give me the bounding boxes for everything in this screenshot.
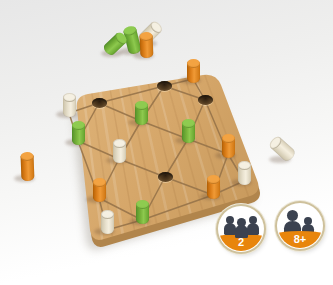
players-badge: 2 (218, 206, 264, 252)
peg-green[interactable] (136, 202, 149, 224)
peg-orange[interactable] (20, 153, 34, 180)
peg-top-face (20, 151, 33, 160)
peg-orange[interactable] (222, 136, 235, 158)
peg-orange[interactable] (207, 177, 220, 199)
peg-orange[interactable] (93, 180, 106, 202)
peg-top-face (182, 119, 195, 128)
peg-top-face (63, 93, 76, 102)
peg-top-face (72, 121, 85, 130)
peg-top-face (113, 139, 126, 148)
peg-top-face (207, 175, 220, 184)
empty-hole[interactable] (198, 95, 213, 105)
peg-top-face (187, 59, 200, 68)
peg-top-face (93, 178, 106, 187)
players-badge-face: 2 (219, 207, 263, 251)
peg-white[interactable] (113, 141, 126, 163)
peg-top-face (222, 134, 235, 143)
age-badge: 8+ (277, 203, 323, 249)
peg-top-face (139, 32, 152, 41)
peg-green[interactable] (135, 103, 148, 125)
empty-hole[interactable] (157, 81, 172, 91)
peg-orange[interactable] (187, 61, 200, 83)
peg-top-face (238, 161, 251, 170)
product-photo: 2 8+ (0, 0, 333, 285)
peg-white[interactable] (238, 163, 251, 185)
peg-top-face (136, 200, 149, 209)
peg-white[interactable] (101, 212, 114, 234)
peg-top-face (135, 101, 148, 110)
peg-orange[interactable] (139, 34, 153, 58)
peg-top-face (268, 134, 284, 150)
empty-hole[interactable] (92, 98, 107, 108)
peg-green[interactable] (182, 121, 195, 143)
peg-top-face (101, 210, 114, 219)
age-badge-face: 8+ (278, 204, 322, 248)
empty-hole[interactable] (158, 172, 173, 182)
peg-white[interactable] (63, 95, 76, 117)
peg-green[interactable] (72, 123, 85, 145)
